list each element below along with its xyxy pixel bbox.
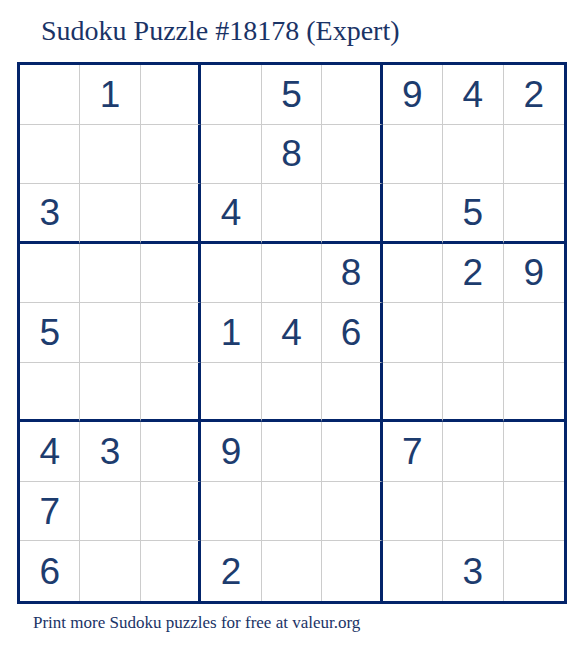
sudoku-cell-r8c9[interactable] bbox=[504, 482, 564, 542]
given-digit: 4 bbox=[221, 194, 242, 231]
given-digit: 7 bbox=[39, 493, 60, 530]
sudoku-cell-r2c4[interactable] bbox=[201, 125, 261, 185]
sudoku-cell-r7c1[interactable]: 4 bbox=[20, 422, 80, 482]
given-digit: 3 bbox=[100, 433, 121, 470]
sudoku-cell-r8c2[interactable] bbox=[80, 482, 140, 542]
sudoku-cell-r9c8[interactable]: 3 bbox=[443, 541, 503, 601]
sudoku-cell-r8c6[interactable] bbox=[322, 482, 382, 542]
sudoku-cell-r8c3[interactable] bbox=[141, 482, 201, 542]
given-digit: 5 bbox=[463, 194, 484, 231]
sudoku-cell-r9c7[interactable] bbox=[383, 541, 443, 601]
sudoku-cell-r3c2[interactable] bbox=[80, 184, 140, 244]
sudoku-cell-r6c8[interactable] bbox=[443, 363, 503, 423]
page-title: Sudoku Puzzle #18178 (Expert) bbox=[41, 15, 400, 47]
sudoku-cell-r6c6[interactable] bbox=[322, 363, 382, 423]
sudoku-cell-r3c4[interactable]: 4 bbox=[201, 184, 261, 244]
sudoku-cell-r1c5[interactable]: 5 bbox=[262, 65, 322, 125]
sudoku-cell-r4c3[interactable] bbox=[141, 244, 201, 304]
sudoku-cell-r5c2[interactable] bbox=[80, 303, 140, 363]
sudoku-cell-r6c3[interactable] bbox=[141, 363, 201, 423]
sudoku-cell-r2c1[interactable] bbox=[20, 125, 80, 185]
sudoku-cell-r6c5[interactable] bbox=[262, 363, 322, 423]
sudoku-cell-r8c7[interactable] bbox=[383, 482, 443, 542]
sudoku-cell-r7c7[interactable]: 7 bbox=[383, 422, 443, 482]
sudoku-cell-r1c1[interactable] bbox=[20, 65, 80, 125]
sudoku-board: 159428345829514643977623 bbox=[17, 62, 567, 604]
given-digit: 9 bbox=[221, 433, 242, 470]
sudoku-cell-r2c7[interactable] bbox=[383, 125, 443, 185]
sudoku-cell-r5c4[interactable]: 1 bbox=[201, 303, 261, 363]
sudoku-cell-r3c7[interactable] bbox=[383, 184, 443, 244]
sudoku-cell-r8c4[interactable] bbox=[201, 482, 261, 542]
sudoku-cell-r2c2[interactable] bbox=[80, 125, 140, 185]
sudoku-cell-r3c5[interactable] bbox=[262, 184, 322, 244]
sudoku-cell-r9c4[interactable]: 2 bbox=[201, 541, 261, 601]
sudoku-cell-r8c5[interactable] bbox=[262, 482, 322, 542]
sudoku-cell-r3c6[interactable] bbox=[322, 184, 382, 244]
sudoku-cell-r9c2[interactable] bbox=[80, 541, 140, 601]
sudoku-cell-r6c1[interactable] bbox=[20, 363, 80, 423]
sudoku-cell-r4c5[interactable] bbox=[262, 244, 322, 304]
sudoku-cell-r7c8[interactable] bbox=[443, 422, 503, 482]
sudoku-cell-r1c3[interactable] bbox=[141, 65, 201, 125]
sudoku-cell-r3c9[interactable] bbox=[504, 184, 564, 244]
sudoku-cell-r7c5[interactable] bbox=[262, 422, 322, 482]
sudoku-cell-r3c8[interactable]: 5 bbox=[443, 184, 503, 244]
sudoku-cell-r1c9[interactable]: 2 bbox=[504, 65, 564, 125]
sudoku-cell-r7c3[interactable] bbox=[141, 422, 201, 482]
given-digit: 4 bbox=[281, 314, 302, 351]
sudoku-cell-r5c5[interactable]: 4 bbox=[262, 303, 322, 363]
sudoku-cell-r4c7[interactable] bbox=[383, 244, 443, 304]
sudoku-cell-r4c9[interactable]: 9 bbox=[504, 244, 564, 304]
given-digit: 9 bbox=[402, 76, 423, 113]
sudoku-cell-r5c9[interactable] bbox=[504, 303, 564, 363]
sudoku-cell-r1c6[interactable] bbox=[322, 65, 382, 125]
sudoku-cell-r1c7[interactable]: 9 bbox=[383, 65, 443, 125]
sudoku-cell-r1c4[interactable] bbox=[201, 65, 261, 125]
sudoku-cell-r9c3[interactable] bbox=[141, 541, 201, 601]
footer-note: Print more Sudoku puzzles for free at va… bbox=[33, 613, 360, 633]
sudoku-cell-r2c3[interactable] bbox=[141, 125, 201, 185]
given-digit: 8 bbox=[281, 135, 302, 172]
sudoku-cell-r3c3[interactable] bbox=[141, 184, 201, 244]
sudoku-cell-r1c8[interactable]: 4 bbox=[443, 65, 503, 125]
sudoku-cell-r2c5[interactable]: 8 bbox=[262, 125, 322, 185]
sudoku-cell-r2c9[interactable] bbox=[504, 125, 564, 185]
given-digit: 2 bbox=[463, 254, 484, 291]
sudoku-cell-r5c7[interactable] bbox=[383, 303, 443, 363]
sudoku-cell-r4c1[interactable] bbox=[20, 244, 80, 304]
sudoku-cell-r4c6[interactable]: 8 bbox=[322, 244, 382, 304]
given-digit: 1 bbox=[221, 314, 242, 351]
sudoku-cell-r8c8[interactable] bbox=[443, 482, 503, 542]
given-digit: 4 bbox=[463, 76, 484, 113]
sudoku-cell-r4c4[interactable] bbox=[201, 244, 261, 304]
sudoku-cell-r5c3[interactable] bbox=[141, 303, 201, 363]
sudoku-cell-r5c1[interactable]: 5 bbox=[20, 303, 80, 363]
sudoku-cell-r5c8[interactable] bbox=[443, 303, 503, 363]
given-digit: 4 bbox=[39, 433, 60, 470]
given-digit: 3 bbox=[463, 553, 484, 590]
given-digit: 6 bbox=[39, 553, 60, 590]
sudoku-cell-r6c4[interactable] bbox=[201, 363, 261, 423]
given-digit: 1 bbox=[100, 76, 121, 113]
sudoku-cell-r4c8[interactable]: 2 bbox=[443, 244, 503, 304]
sudoku-cell-r7c2[interactable]: 3 bbox=[80, 422, 140, 482]
sudoku-cell-r7c6[interactable] bbox=[322, 422, 382, 482]
given-digit: 5 bbox=[281, 76, 302, 113]
given-digit: 5 bbox=[39, 314, 60, 351]
given-digit: 2 bbox=[523, 76, 544, 113]
sudoku-cell-r9c6[interactable] bbox=[322, 541, 382, 601]
sudoku-cell-r9c5[interactable] bbox=[262, 541, 322, 601]
sudoku-cell-r9c1[interactable]: 6 bbox=[20, 541, 80, 601]
sudoku-cell-r9c9[interactable] bbox=[504, 541, 564, 601]
sudoku-cell-r4c2[interactable] bbox=[80, 244, 140, 304]
given-digit: 7 bbox=[402, 433, 423, 470]
sudoku-cell-r1c2[interactable]: 1 bbox=[80, 65, 140, 125]
sudoku-cell-r6c2[interactable] bbox=[80, 363, 140, 423]
given-digit: 6 bbox=[341, 314, 362, 351]
given-digit: 9 bbox=[523, 254, 544, 291]
sudoku-cell-r7c9[interactable] bbox=[504, 422, 564, 482]
sudoku-cell-r7c4[interactable]: 9 bbox=[201, 422, 261, 482]
sudoku-cell-r5c6[interactable]: 6 bbox=[322, 303, 382, 363]
given-digit: 8 bbox=[341, 254, 362, 291]
sudoku-cell-r3c1[interactable]: 3 bbox=[20, 184, 80, 244]
sudoku-cell-r8c1[interactable]: 7 bbox=[20, 482, 80, 542]
given-digit: 2 bbox=[221, 553, 242, 590]
sudoku-cell-r2c6[interactable] bbox=[322, 125, 382, 185]
sudoku-cell-r6c7[interactable] bbox=[383, 363, 443, 423]
sudoku-cell-r2c8[interactable] bbox=[443, 125, 503, 185]
given-digit: 3 bbox=[39, 194, 60, 231]
sudoku-cell-r6c9[interactable] bbox=[504, 363, 564, 423]
